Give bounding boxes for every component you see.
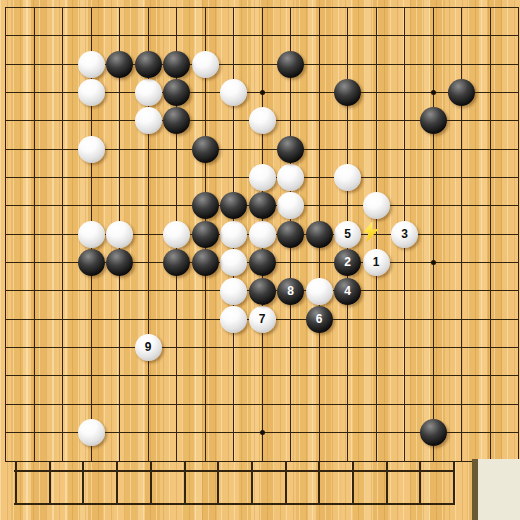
black-stone[interactable] <box>277 221 304 248</box>
grid-cell <box>5 262 34 290</box>
grid-cell <box>176 375 205 403</box>
fragment-grid-line <box>285 462 287 505</box>
black-stone[interactable] <box>249 192 276 219</box>
grid-cell <box>233 404 262 432</box>
fragment-grid-line <box>82 462 84 505</box>
white-stone[interactable] <box>363 192 390 219</box>
grid-cell <box>91 347 120 375</box>
grid-cell <box>148 432 177 460</box>
grid-cell <box>5 177 34 205</box>
grid-cell <box>376 120 405 148</box>
white-stone[interactable] <box>220 306 247 333</box>
grid-cell <box>347 375 376 403</box>
grid-cell <box>205 404 234 432</box>
fragment-grid-line <box>15 462 17 505</box>
fragment-grid-line <box>318 462 320 505</box>
black-stone[interactable] <box>192 192 219 219</box>
grid-cell <box>62 177 91 205</box>
side-panel-corner <box>478 459 520 520</box>
grid-cell <box>376 432 405 460</box>
grid-edge-line <box>518 7 519 462</box>
grid-cell <box>490 404 519 432</box>
black-stone[interactable] <box>448 79 475 106</box>
black-stone[interactable] <box>163 51 190 78</box>
grid-cell <box>461 35 490 63</box>
grid-cell <box>34 234 63 262</box>
grid-cell <box>433 290 462 318</box>
star-point <box>260 90 265 95</box>
grid-cell <box>433 205 462 233</box>
grid-cell <box>461 149 490 177</box>
grid-cell <box>461 177 490 205</box>
grid-cell <box>319 7 348 35</box>
move-number-label: 1 <box>363 249 390 276</box>
grid-cell <box>262 7 291 35</box>
white-stone[interactable] <box>249 164 276 191</box>
grid-cell <box>176 347 205 375</box>
star-point <box>431 90 436 95</box>
grid-cell <box>5 319 34 347</box>
white-stone[interactable] <box>78 136 105 163</box>
grid-cell <box>461 205 490 233</box>
grid-cell <box>5 290 34 318</box>
grid-cell <box>347 347 376 375</box>
black-stone[interactable] <box>163 249 190 276</box>
grid-cell <box>5 64 34 92</box>
grid-cell <box>490 319 519 347</box>
grid-cell <box>205 375 234 403</box>
grid-cell <box>34 319 63 347</box>
fragment-grid-line <box>49 462 51 505</box>
grid-cell <box>433 35 462 63</box>
grid-cell <box>176 319 205 347</box>
grid-cell <box>262 375 291 403</box>
grid-cell <box>347 7 376 35</box>
fragment-grid-line <box>419 462 421 505</box>
black-stone[interactable] <box>420 107 447 134</box>
white-stone[interactable] <box>106 221 133 248</box>
grid-cell <box>376 404 405 432</box>
white-stone[interactable] <box>220 278 247 305</box>
grid-cell <box>376 7 405 35</box>
grid-cell <box>205 347 234 375</box>
fragment-grid-line <box>251 462 253 505</box>
fragment-grid-line <box>150 462 152 505</box>
star-point <box>260 430 265 435</box>
grid-cell <box>5 347 34 375</box>
grid-cell <box>347 404 376 432</box>
grid-cell <box>347 432 376 460</box>
grid-cell <box>490 120 519 148</box>
grid-cell <box>233 375 262 403</box>
fragment-grid-line <box>217 462 219 505</box>
grid-cell <box>433 234 462 262</box>
grid-cell <box>233 7 262 35</box>
grid-cell <box>119 404 148 432</box>
grid-cell <box>376 319 405 347</box>
grid-cell <box>34 92 63 120</box>
fragment-grid-line <box>14 503 455 505</box>
grid-cell <box>119 432 148 460</box>
grid-cell <box>119 149 148 177</box>
grid-cell <box>148 7 177 35</box>
black-stone[interactable]: 4 <box>334 278 361 305</box>
grid-cell <box>119 290 148 318</box>
grid-cell <box>34 290 63 318</box>
grid-cell <box>290 375 319 403</box>
move-number-label: 5 <box>334 221 361 248</box>
grid-cell <box>91 319 120 347</box>
grid-cell <box>490 375 519 403</box>
grid-cell <box>148 404 177 432</box>
white-stone[interactable] <box>135 107 162 134</box>
white-stone[interactable]: 5 <box>334 221 361 248</box>
grid-cell <box>34 375 63 403</box>
grid-cell <box>461 347 490 375</box>
grid-cell <box>233 35 262 63</box>
grid-cell <box>176 432 205 460</box>
bottom-board-fragment <box>0 462 520 520</box>
black-stone[interactable] <box>249 278 276 305</box>
move-number-label: 6 <box>306 306 333 333</box>
grid-cell <box>404 347 433 375</box>
grid-cell <box>490 347 519 375</box>
grid-cell <box>461 404 490 432</box>
grid-cell <box>233 347 262 375</box>
grid-cell <box>461 7 490 35</box>
grid-cell <box>5 149 34 177</box>
grid-cell <box>148 177 177 205</box>
grid-cell <box>376 35 405 63</box>
white-stone[interactable] <box>306 278 333 305</box>
grid-cell <box>461 432 490 460</box>
move-number-label: 8 <box>277 278 304 305</box>
grid-cell <box>176 290 205 318</box>
fragment-grid-line <box>386 462 388 505</box>
black-stone[interactable]: 6 <box>306 306 333 333</box>
grid-cell <box>34 64 63 92</box>
grid-cell <box>490 7 519 35</box>
grid-cell <box>319 347 348 375</box>
grid-cell <box>433 262 462 290</box>
move-number-label: 3 <box>391 221 418 248</box>
black-stone[interactable] <box>277 51 304 78</box>
grid-cell <box>91 375 120 403</box>
grid-cell <box>262 432 291 460</box>
grid-cell <box>119 7 148 35</box>
move-number-label: 4 <box>334 278 361 305</box>
grid-cell <box>490 432 519 460</box>
white-stone[interactable]: 3 <box>391 221 418 248</box>
grid-cell <box>119 375 148 403</box>
black-stone[interactable] <box>135 51 162 78</box>
grid-cell <box>91 7 120 35</box>
grid-cell <box>404 7 433 35</box>
grid-cell <box>319 404 348 432</box>
black-stone[interactable] <box>249 249 276 276</box>
white-stone[interactable] <box>249 221 276 248</box>
grid-cell <box>347 35 376 63</box>
grid-cell <box>433 375 462 403</box>
star-point <box>431 260 436 265</box>
white-stone[interactable] <box>220 249 247 276</box>
grid-cell <box>490 92 519 120</box>
grid-cell <box>461 234 490 262</box>
grid-cell <box>34 120 63 148</box>
grid-cell <box>62 319 91 347</box>
grid-cell <box>290 347 319 375</box>
grid-cell <box>404 262 433 290</box>
move-number-label: 2 <box>334 249 361 276</box>
grid-cell <box>461 262 490 290</box>
grid-cell <box>5 404 34 432</box>
grid-cell <box>433 347 462 375</box>
grid-cell <box>404 375 433 403</box>
grid-cell <box>490 262 519 290</box>
go-board-screenshot: 531792846 <box>0 0 520 520</box>
white-stone[interactable] <box>334 164 361 191</box>
grid-cell <box>404 290 433 318</box>
grid-cell <box>404 64 433 92</box>
fragment-grid-line <box>116 462 118 505</box>
grid-cell <box>62 347 91 375</box>
grid-cell <box>34 35 63 63</box>
fragment-grid-line <box>352 462 354 505</box>
grid-cell <box>376 149 405 177</box>
grid-cell <box>62 7 91 35</box>
white-stone[interactable] <box>220 79 247 106</box>
grid-cell <box>34 177 63 205</box>
grid-cell <box>433 7 462 35</box>
black-stone[interactable] <box>106 249 133 276</box>
white-stone[interactable] <box>277 164 304 191</box>
grid-cell <box>62 375 91 403</box>
grid-cell <box>376 347 405 375</box>
grid-cell <box>205 7 234 35</box>
grid-cell <box>148 290 177 318</box>
grid-cell <box>290 404 319 432</box>
grid-cell <box>376 92 405 120</box>
grid-cell <box>490 205 519 233</box>
white-stone[interactable] <box>135 79 162 106</box>
grid-cell <box>176 404 205 432</box>
black-stone[interactable] <box>192 136 219 163</box>
grid-cell <box>5 375 34 403</box>
grid-cell <box>5 205 34 233</box>
move-number-label: 9 <box>135 334 162 361</box>
grid-cell <box>34 347 63 375</box>
grid-cell <box>490 149 519 177</box>
move-number-label: 7 <box>249 306 276 333</box>
grid-cell <box>461 290 490 318</box>
white-stone[interactable] <box>78 419 105 446</box>
black-stone[interactable]: 2 <box>334 249 361 276</box>
grid-cell <box>233 432 262 460</box>
grid-cell <box>404 149 433 177</box>
grid-cell <box>461 120 490 148</box>
grid-cell <box>176 7 205 35</box>
grid-cell <box>376 375 405 403</box>
white-stone[interactable] <box>220 221 247 248</box>
grid-cell <box>34 432 63 460</box>
grid-cell <box>376 290 405 318</box>
grid-cell <box>290 7 319 35</box>
grid-cell <box>91 177 120 205</box>
grid-cell <box>433 177 462 205</box>
grid-cell <box>262 347 291 375</box>
grid-cell <box>5 234 34 262</box>
white-stone[interactable] <box>249 107 276 134</box>
grid-cell <box>91 290 120 318</box>
grid-cell <box>490 290 519 318</box>
grid-cell <box>404 177 433 205</box>
black-stone[interactable] <box>277 136 304 163</box>
black-stone[interactable] <box>192 221 219 248</box>
grid-cell <box>34 262 63 290</box>
grid-cell <box>34 7 63 35</box>
grid-cell <box>5 432 34 460</box>
black-stone[interactable] <box>334 79 361 106</box>
grid-cell <box>433 319 462 347</box>
grid-cell <box>5 120 34 148</box>
white-stone[interactable] <box>192 51 219 78</box>
black-stone[interactable] <box>192 249 219 276</box>
black-stone[interactable]: 8 <box>277 278 304 305</box>
white-stone[interactable]: 7 <box>249 306 276 333</box>
fragment-grid-line <box>184 462 186 505</box>
white-stone[interactable]: 9 <box>135 334 162 361</box>
grid-cell <box>290 92 319 120</box>
black-stone[interactable] <box>420 419 447 446</box>
grid-cell <box>433 149 462 177</box>
grid-cell <box>319 35 348 63</box>
grid-cell <box>34 205 63 233</box>
grid-cell <box>319 120 348 148</box>
fragment-grid-line <box>453 462 455 505</box>
grid-cell <box>5 35 34 63</box>
grid-cell <box>490 35 519 63</box>
black-stone[interactable] <box>78 249 105 276</box>
black-stone[interactable] <box>306 221 333 248</box>
white-stone[interactable] <box>78 51 105 78</box>
grid-cell <box>376 64 405 92</box>
grid-cell <box>347 319 376 347</box>
grid-cell <box>461 319 490 347</box>
white-stone[interactable] <box>78 221 105 248</box>
grid-cell <box>119 177 148 205</box>
grid-cell <box>290 432 319 460</box>
grid-cell <box>461 375 490 403</box>
grid-cell <box>319 375 348 403</box>
grid-cell <box>148 149 177 177</box>
grid-cell <box>404 35 433 63</box>
grid-cell <box>5 7 34 35</box>
grid-cell <box>490 64 519 92</box>
grid-cell <box>34 404 63 432</box>
black-stone[interactable] <box>106 51 133 78</box>
grid-cell <box>347 120 376 148</box>
grid-cell <box>205 432 234 460</box>
white-stone[interactable]: 1 <box>363 249 390 276</box>
grid-cell <box>148 375 177 403</box>
grid-cell <box>490 177 519 205</box>
grid-cell <box>490 234 519 262</box>
white-stone[interactable] <box>163 221 190 248</box>
grid-cell <box>319 432 348 460</box>
black-stone[interactable] <box>163 79 190 106</box>
grid-cell <box>34 149 63 177</box>
grid-cell <box>404 319 433 347</box>
grid-cell <box>62 290 91 318</box>
grid-cell <box>5 92 34 120</box>
grid-cell <box>262 404 291 432</box>
fragment-grid-line <box>14 470 455 472</box>
white-stone[interactable] <box>78 79 105 106</box>
